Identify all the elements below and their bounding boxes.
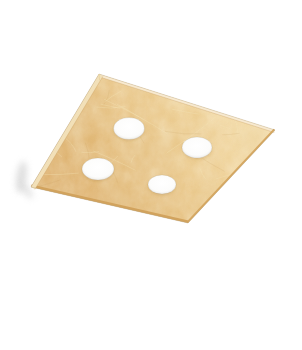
light-disc [114,118,145,140]
gold-leaf-texture-dark [31,74,275,223]
light-disc [182,137,212,158]
ceiling-lamp-image [0,0,302,350]
cast-shadow [14,160,35,200]
light-disc [148,175,176,194]
light-disc [82,158,114,180]
product-photo [0,0,302,350]
panel-corner-seam [99,74,100,81]
